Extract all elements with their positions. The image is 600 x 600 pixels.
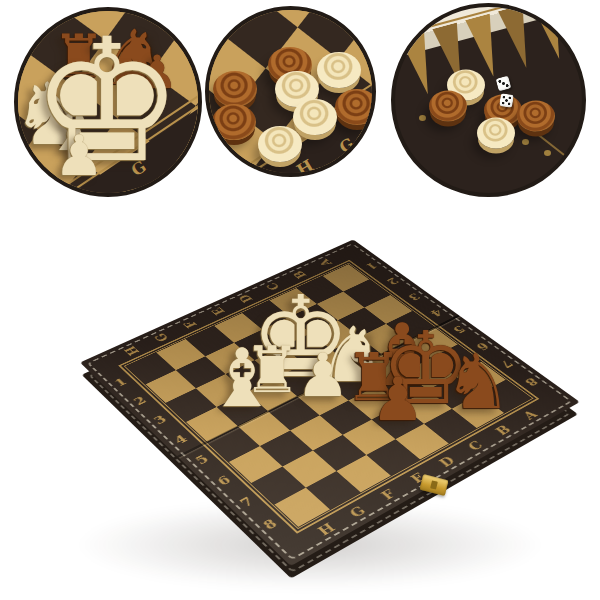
light-checker: [293, 99, 337, 135]
light-backgammon-checker: [477, 118, 515, 149]
coord-label-6: 6: [214, 473, 234, 488]
coord-label-6: 6: [473, 340, 492, 353]
coord-label-3: 3: [151, 413, 170, 427]
coord-label-D: D: [436, 454, 459, 470]
coord-label-4: 4: [171, 432, 191, 446]
coord-label-8: 8: [260, 516, 281, 532]
light-checker: [317, 52, 361, 88]
dark-checker: [335, 89, 376, 125]
inset-chess-closeup: G ♜♞♟♞♝♚♟: [14, 7, 202, 197]
coord-label-4: 4: [427, 307, 446, 319]
coord-label-7: 7: [236, 494, 257, 510]
coord-label-2: 2: [383, 276, 401, 287]
coord-label-B: B: [492, 423, 514, 438]
die-showing-3: [496, 76, 512, 92]
coord-label-G: G: [346, 503, 369, 520]
inset-backgammon-pieces: [395, 7, 582, 193]
coord-label-H: H: [314, 520, 339, 538]
dark-backgammon-checker: [517, 101, 555, 132]
product-photo-canvas: G ♜♞♟♞♝♚♟ H G 12345678 ABCDEFGH 12345678…: [0, 0, 600, 600]
inset-chess-pieces: ♜♞♟♞♝♚♟: [18, 11, 198, 193]
coord-label-3: 3: [405, 291, 423, 303]
coord-label-5: 5: [192, 452, 212, 467]
dark-checker: [212, 104, 256, 140]
coord-label-A: A: [519, 408, 541, 422]
coord-label-5: 5: [449, 323, 468, 335]
dark-checker: [213, 71, 257, 107]
white-pawn: ♟: [54, 128, 104, 184]
die-showing-5: [499, 93, 514, 108]
coord-label-7: 7: [497, 357, 517, 370]
coord-label-8: 8: [521, 375, 541, 388]
inset-checkers-discs: [209, 10, 372, 173]
coord-label-1: 1: [111, 376, 129, 389]
coord-label-F: F: [378, 487, 399, 503]
light-checker: [258, 126, 302, 162]
coord-label-2: 2: [131, 394, 150, 408]
inset-checkers-closeup: H G: [205, 6, 376, 177]
play-area: [126, 264, 530, 527]
inset-backgammon-closeup: [391, 3, 586, 197]
coord-label-C: C: [464, 438, 486, 453]
dark-backgammon-checker: [429, 91, 467, 122]
coord-label-1: 1: [363, 260, 381, 271]
